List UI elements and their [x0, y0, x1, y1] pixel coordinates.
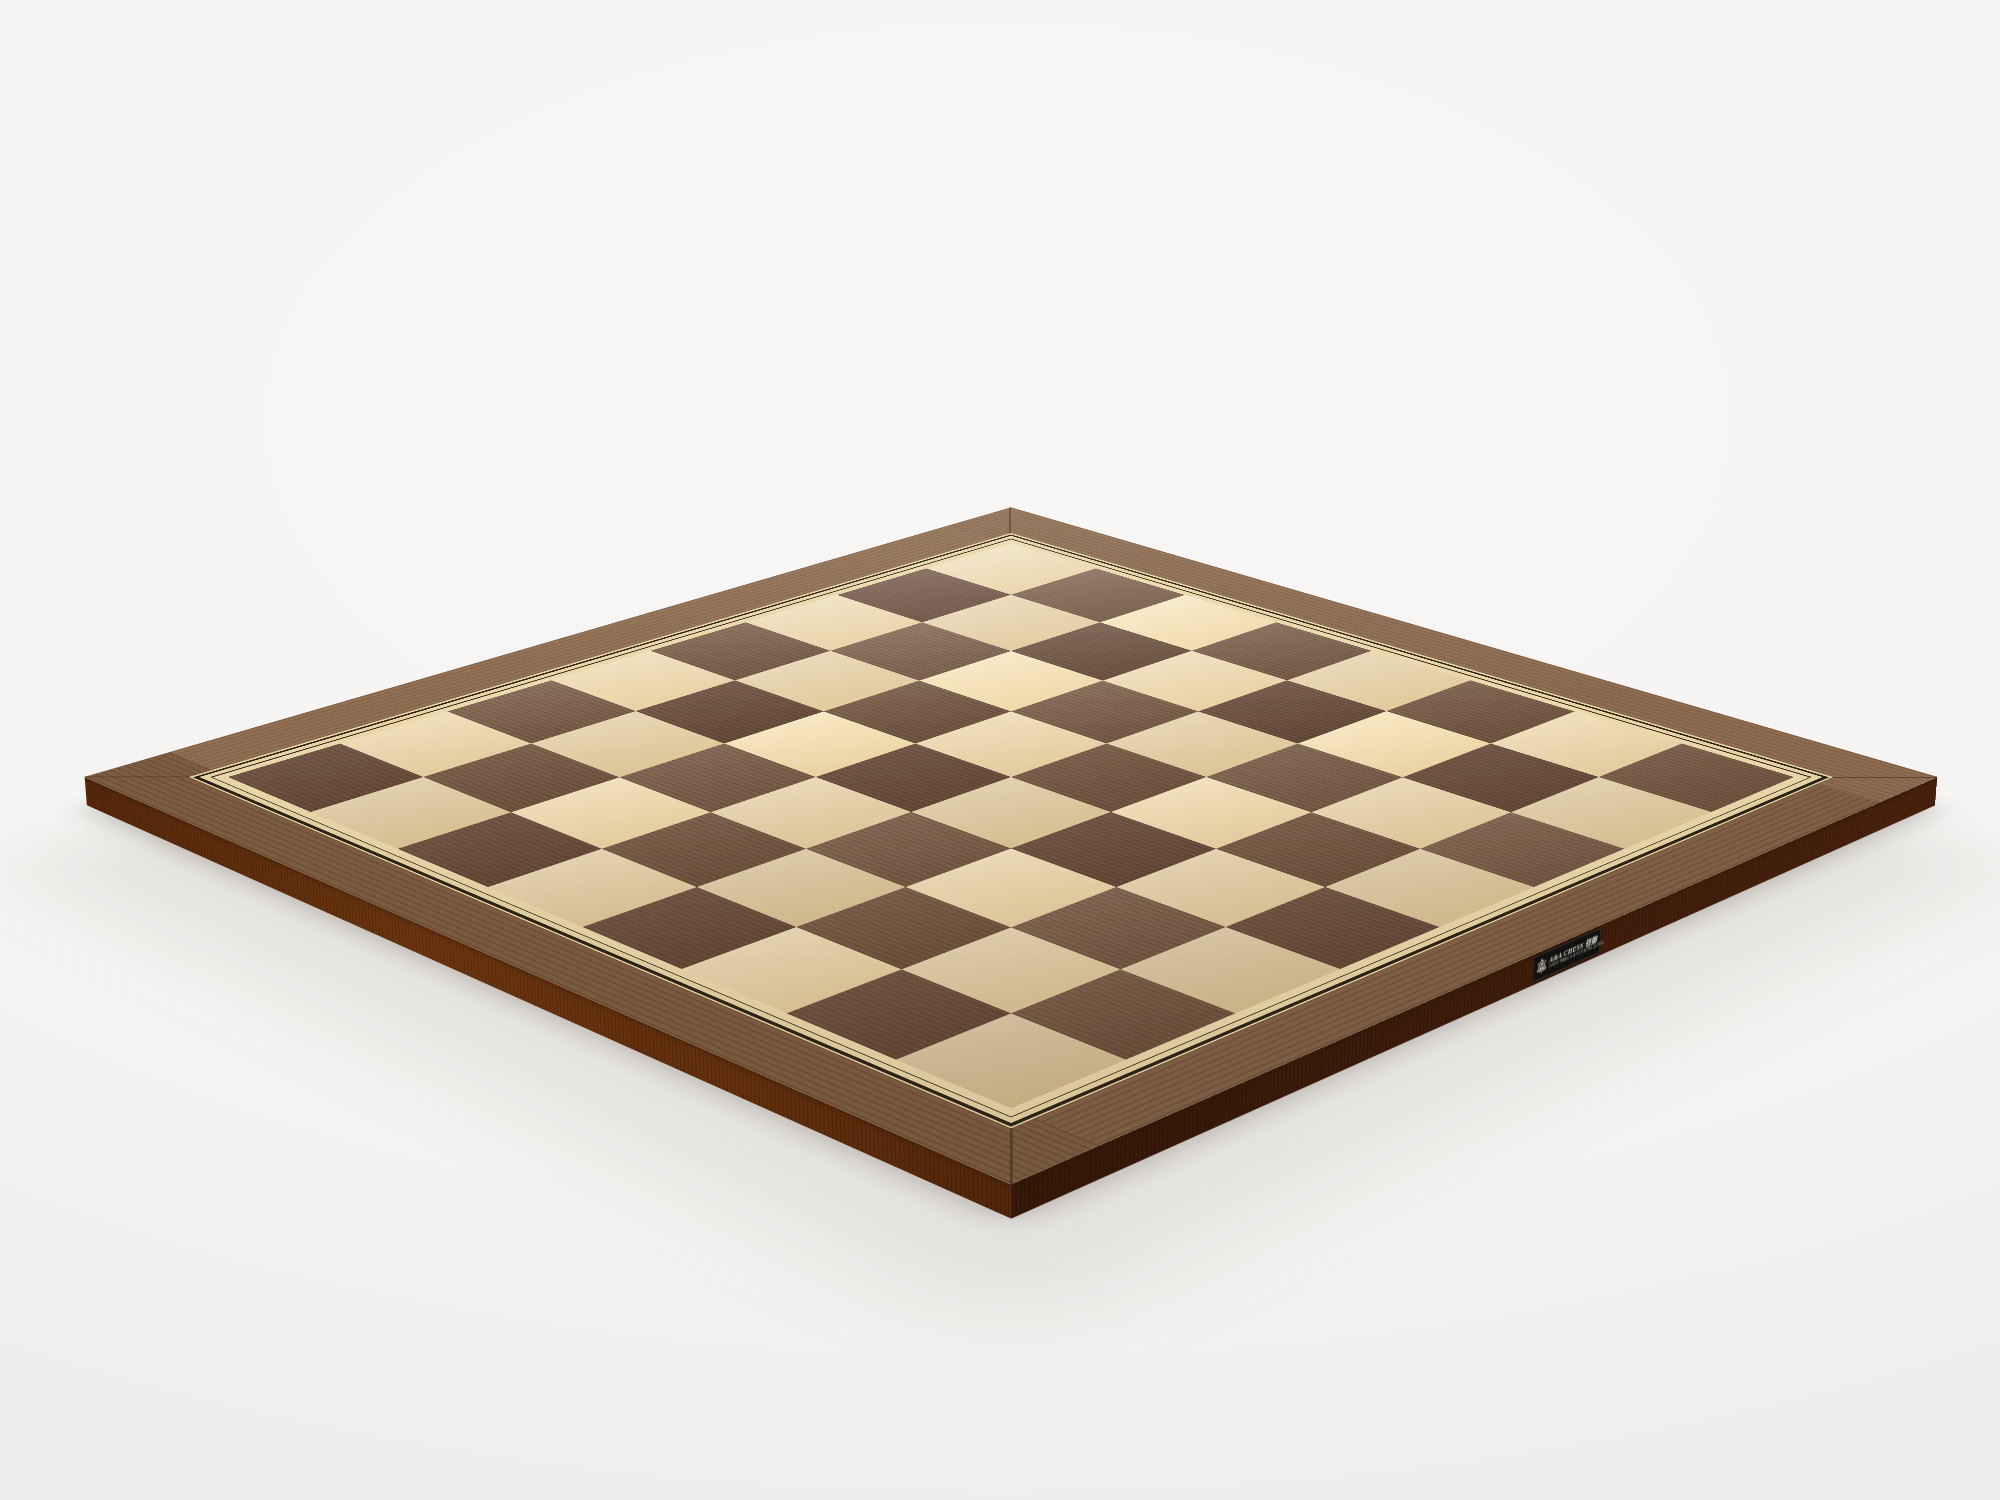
- square-h7: [1511, 777, 1711, 849]
- square-f2: [797, 887, 1011, 969]
- square-g6: [1311, 777, 1511, 849]
- square-c1: [397, 812, 602, 887]
- square-h5: [1325, 849, 1534, 927]
- brand-logo-icon: [1536, 956, 1547, 976]
- square-e2: [697, 849, 906, 927]
- square-f5: [1111, 777, 1311, 849]
- square-e1: [583, 887, 797, 969]
- square-e4: [911, 777, 1111, 849]
- chess-board: A&A CHESS 領御 EVERY PAWN IS A POTENTIAL Q…: [85, 507, 1938, 1184]
- square-d1: [488, 849, 697, 927]
- square-d2: [602, 812, 807, 887]
- square-g3: [1011, 887, 1225, 969]
- square-g4: [1116, 849, 1325, 927]
- perspective-container: A&A CHESS 領御 EVERY PAWN IS A POTENTIAL Q…: [0, 0, 2000, 1500]
- studio-backdrop: A&A CHESS 領御 EVERY PAWN IS A POTENTIAL Q…: [0, 0, 2000, 1500]
- square-h4: [1225, 887, 1439, 969]
- square-f3: [906, 849, 1115, 927]
- square-g5: [1216, 812, 1421, 887]
- square-g2: [901, 927, 1120, 1013]
- square-c2: [511, 777, 711, 849]
- square-d3: [711, 777, 911, 849]
- square-h3: [1121, 927, 1340, 1013]
- square-h2: [1011, 969, 1236, 1059]
- square-h6: [1420, 812, 1625, 887]
- square-e3: [806, 812, 1011, 887]
- square-f4: [1011, 812, 1216, 887]
- square-g1: [786, 969, 1011, 1059]
